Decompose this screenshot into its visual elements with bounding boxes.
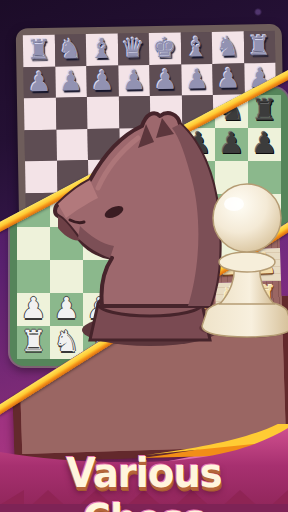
square[interactable]: ♜: [17, 326, 50, 359]
piece-black-queen[interactable]: ♛: [121, 34, 146, 61]
piece-black-king[interactable]: ♚: [152, 34, 177, 61]
title-banner: Various Chess: [0, 424, 288, 512]
piece-black-pawn[interactable]: ♟: [153, 65, 178, 92]
square[interactable]: ♜: [23, 35, 55, 67]
piece-black-rook[interactable]: ♜: [252, 96, 278, 125]
square[interactable]: ♟: [248, 128, 281, 161]
square[interactable]: ♞: [212, 31, 244, 63]
piece-black-pawn[interactable]: ♟: [59, 67, 84, 94]
square[interactable]: ♜: [248, 95, 281, 128]
piece-black-bishop[interactable]: ♝: [184, 33, 209, 60]
piece-black-bishop[interactable]: ♝: [89, 35, 114, 62]
promo-screen: ♜♞♝♛♚♝♞♜♟♟♟♟♟♟♟♟ ♜♞♝♛♚♝♞♜♟♟♟♟♟♟♟♟♟♟♟♟♟♟♟…: [0, 0, 288, 512]
square[interactable]: ♜: [243, 31, 275, 63]
piece-black-pawn[interactable]: ♟: [90, 66, 115, 93]
square[interactable]: ♚: [149, 32, 181, 64]
piece-black-pawn[interactable]: ♟: [122, 66, 147, 93]
square[interactable]: ♟: [118, 65, 150, 97]
square[interactable]: ♞: [54, 34, 86, 66]
piece-black-knight[interactable]: ♞: [215, 33, 240, 60]
square[interactable]: ♟: [86, 65, 118, 97]
square[interactable]: [17, 227, 50, 260]
square[interactable]: ♟: [149, 64, 181, 96]
piece-black-pawn[interactable]: ♟: [216, 64, 241, 91]
piece-black-pawn[interactable]: ♟: [252, 129, 278, 158]
piece-white-pawn[interactable]: ♟: [21, 294, 47, 323]
square[interactable]: [17, 260, 50, 293]
square[interactable]: ♛: [117, 33, 149, 65]
title-text: Various Chess: [6, 450, 282, 512]
hero-pawn-illustration: [196, 176, 288, 338]
piece-black-rook[interactable]: ♜: [247, 32, 272, 59]
square[interactable]: ♟: [23, 66, 55, 98]
piece-white-rook[interactable]: ♜: [21, 327, 47, 356]
piece-black-pawn[interactable]: ♟: [185, 65, 210, 92]
square[interactable]: ♟: [55, 66, 87, 98]
square[interactable]: ♟: [181, 63, 213, 95]
square[interactable]: ♝: [180, 32, 212, 64]
piece-black-knight[interactable]: ♞: [58, 35, 83, 62]
square[interactable]: ♟: [17, 293, 50, 326]
square[interactable]: ♝: [86, 34, 118, 66]
piece-black-pawn[interactable]: ♟: [27, 67, 52, 94]
square[interactable]: ♟: [212, 63, 244, 95]
piece-black-rook[interactable]: ♜: [26, 36, 51, 63]
